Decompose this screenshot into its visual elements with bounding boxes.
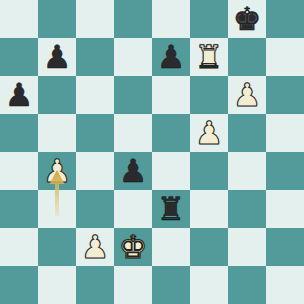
chess-board-container: ♚♟♟♜♟♟♟♟♟♜♟♚ [0,0,304,304]
square-f4[interactable] [190,152,228,190]
square-f3[interactable] [190,190,228,228]
square-f1[interactable] [190,266,228,304]
black-pawn[interactable]: ♟ [5,76,34,114]
square-c6[interactable] [76,76,114,114]
square-a7[interactable] [0,38,38,76]
square-a4[interactable] [0,152,38,190]
square-h8[interactable] [266,0,304,38]
square-d7[interactable] [114,38,152,76]
square-h4[interactable] [266,152,304,190]
white-pawn[interactable]: ♟ [195,114,224,152]
square-g2[interactable] [228,228,266,266]
square-c1[interactable] [76,266,114,304]
square-c4[interactable] [76,152,114,190]
square-f6[interactable] [190,76,228,114]
square-e5[interactable] [152,114,190,152]
square-e4[interactable] [152,152,190,190]
square-d3[interactable] [114,190,152,228]
square-b8[interactable] [38,0,76,38]
square-c2[interactable]: ♟ [76,228,114,266]
black-king[interactable]: ♚ [233,0,262,38]
square-c7[interactable] [76,38,114,76]
square-h1[interactable] [266,266,304,304]
black-pawn[interactable]: ♟ [43,38,72,76]
square-d4[interactable]: ♟ [114,152,152,190]
square-e1[interactable] [152,266,190,304]
white-rook[interactable]: ♜ [195,38,224,76]
square-b4[interactable]: ♟ [38,152,76,190]
square-h3[interactable] [266,190,304,228]
black-pawn[interactable]: ♟ [157,38,186,76]
white-pawn[interactable]: ♟ [233,76,262,114]
square-d8[interactable] [114,0,152,38]
square-e3[interactable]: ♜ [152,190,190,228]
square-a2[interactable] [0,228,38,266]
square-h6[interactable] [266,76,304,114]
square-a3[interactable] [0,190,38,228]
square-e8[interactable] [152,0,190,38]
square-g4[interactable] [228,152,266,190]
square-b3[interactable] [38,190,76,228]
square-b1[interactable] [38,266,76,304]
square-d6[interactable] [114,76,152,114]
square-g6[interactable]: ♟ [228,76,266,114]
square-f7[interactable]: ♜ [190,38,228,76]
square-g3[interactable] [228,190,266,228]
square-a6[interactable]: ♟ [0,76,38,114]
square-a5[interactable] [0,114,38,152]
square-a8[interactable] [0,0,38,38]
square-g7[interactable] [228,38,266,76]
square-c3[interactable] [76,190,114,228]
square-f8[interactable] [190,0,228,38]
square-d2[interactable]: ♚ [114,228,152,266]
white-pawn[interactable]: ♟ [43,152,72,190]
square-h5[interactable] [266,114,304,152]
black-rook[interactable]: ♜ [157,190,186,228]
square-g8[interactable]: ♚ [228,0,266,38]
square-h7[interactable] [266,38,304,76]
square-b7[interactable]: ♟ [38,38,76,76]
square-e6[interactable] [152,76,190,114]
square-b5[interactable] [38,114,76,152]
white-king[interactable]: ♚ [119,228,148,266]
square-e7[interactable]: ♟ [152,38,190,76]
square-d1[interactable] [114,266,152,304]
square-e2[interactable] [152,228,190,266]
square-h2[interactable] [266,228,304,266]
square-a1[interactable] [0,266,38,304]
square-g1[interactable] [228,266,266,304]
black-pawn[interactable]: ♟ [119,152,148,190]
white-pawn[interactable]: ♟ [81,228,110,266]
square-b6[interactable] [38,76,76,114]
square-c5[interactable] [76,114,114,152]
square-b2[interactable] [38,228,76,266]
square-f2[interactable] [190,228,228,266]
square-d5[interactable] [114,114,152,152]
chess-board: ♚♟♟♜♟♟♟♟♟♜♟♚ [0,0,304,304]
square-f5[interactable]: ♟ [190,114,228,152]
square-c8[interactable] [76,0,114,38]
square-g5[interactable] [228,114,266,152]
